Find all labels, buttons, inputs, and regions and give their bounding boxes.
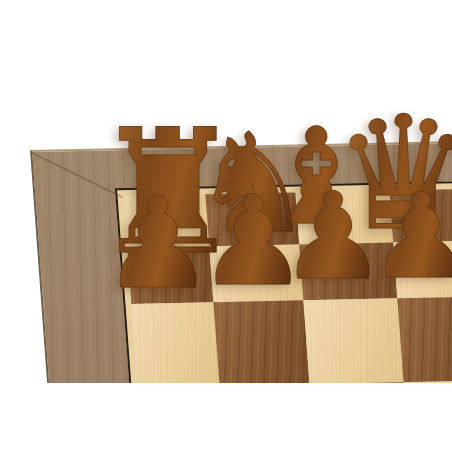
piece-pawn-a7[interactable]: ♟	[102, 181, 215, 307]
square-d6[interactable]	[397, 296, 452, 382]
square-b6[interactable]	[213, 300, 309, 383]
photo-canvas: ♜♞♝♛♟♟♟♟	[0, 0, 452, 452]
square-c6[interactable]	[303, 298, 403, 383]
